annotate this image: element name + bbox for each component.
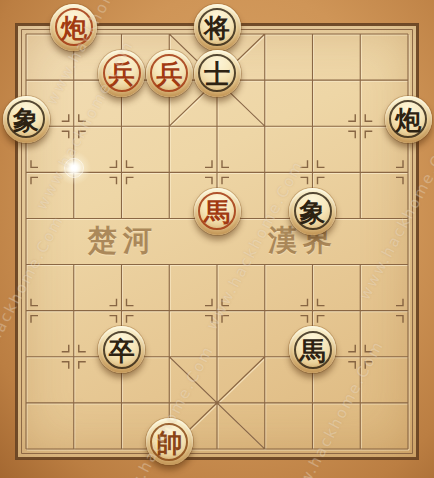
piece-black-advisor[interactable]: 士 xyxy=(194,50,241,97)
piece-red-cannon[interactable]: 炮 xyxy=(50,4,97,51)
piece-glyph: 士 xyxy=(204,61,230,87)
piece-glyph: 帥 xyxy=(156,430,182,456)
piece-red-horse[interactable]: 馬 xyxy=(194,188,241,235)
piece-glyph: 炮 xyxy=(61,15,87,41)
piece-glyph: 炮 xyxy=(395,107,421,133)
xiangqi-board[interactable]: 楚河 漢界 炮将兵兵士象炮馬象卒馬帥 www.hackhome.Comwww.h… xyxy=(0,0,434,478)
piece-red-soldier[interactable]: 兵 xyxy=(98,50,145,97)
piece-glyph: 将 xyxy=(204,15,230,41)
board-line xyxy=(27,35,409,450)
piece-glyph: 象 xyxy=(13,107,39,133)
piece-black-horse[interactable]: 馬 xyxy=(289,326,336,373)
piece-black-general[interactable]: 将 xyxy=(194,4,241,51)
piece-black-elephant[interactable]: 象 xyxy=(289,188,336,235)
piece-glyph: 象 xyxy=(300,199,326,225)
piece-glyph: 馬 xyxy=(204,199,230,225)
sparkle-effect xyxy=(56,150,92,186)
piece-red-soldier[interactable]: 兵 xyxy=(146,50,193,97)
piece-glyph: 兵 xyxy=(109,61,135,87)
piece-glyph: 馬 xyxy=(300,338,326,364)
piece-glyph: 兵 xyxy=(156,61,182,87)
piece-black-soldier[interactable]: 卒 xyxy=(98,326,145,373)
piece-red-general[interactable]: 帥 xyxy=(146,418,193,465)
river-label-left: 楚河 xyxy=(88,221,158,261)
piece-glyph: 卒 xyxy=(109,338,135,364)
piece-black-elephant[interactable]: 象 xyxy=(3,96,50,143)
piece-black-cannon[interactable]: 炮 xyxy=(385,96,432,143)
